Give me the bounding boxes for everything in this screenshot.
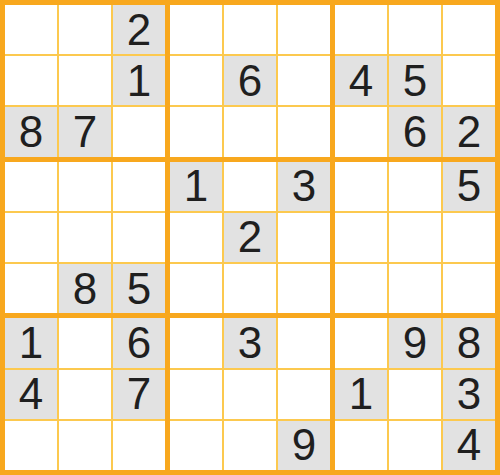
sudoku-cell-r4c8[interactable] (389, 162, 441, 211)
sudoku-cell-r1c9[interactable] (443, 5, 495, 54)
sudoku-cell-r4c7[interactable] (335, 162, 387, 211)
sudoku-cell-r5c7[interactable] (335, 213, 387, 262)
sudoku-cell-r9c8[interactable] (389, 421, 441, 470)
sudoku-cell-r9c5[interactable] (224, 421, 276, 470)
sudoku-box-2: 6 (170, 5, 330, 157)
sudoku-cell-r1c8[interactable] (389, 5, 441, 54)
sudoku-cell-r9c3[interactable] (113, 421, 165, 470)
sudoku-cell-r2c9[interactable] (443, 56, 495, 105)
sudoku-cell-r3c2[interactable]: 7 (59, 107, 111, 156)
sudoku-cell-r1c5[interactable] (224, 5, 276, 54)
sudoku-cell-r9c6[interactable]: 9 (278, 421, 330, 470)
sudoku-box-9: 98134 (335, 318, 495, 470)
sudoku-box-8: 39 (170, 318, 330, 470)
sudoku-cell-r6c9[interactable] (443, 264, 495, 313)
sudoku-cell-r3c8[interactable]: 6 (389, 107, 441, 156)
sudoku-cell-r8c2[interactable] (59, 370, 111, 419)
sudoku-cell-r2c3[interactable]: 1 (113, 56, 165, 105)
sudoku-cell-r8c1[interactable]: 4 (5, 370, 57, 419)
sudoku-cell-r6c6[interactable] (278, 264, 330, 313)
sudoku-cell-r4c2[interactable] (59, 162, 111, 211)
sudoku-cell-r8c6[interactable] (278, 370, 330, 419)
sudoku-cell-r1c6[interactable] (278, 5, 330, 54)
sudoku-cell-r9c4[interactable] (170, 421, 222, 470)
sudoku-cell-r2c1[interactable] (5, 56, 57, 105)
sudoku-cell-r1c4[interactable] (170, 5, 222, 54)
sudoku-cell-r9c1[interactable] (5, 421, 57, 470)
sudoku-cell-r8c4[interactable] (170, 370, 222, 419)
sudoku-cell-r7c1[interactable]: 1 (5, 318, 57, 367)
sudoku-cell-r2c7[interactable]: 4 (335, 56, 387, 105)
sudoku-box-5: 132 (170, 162, 330, 314)
sudoku-cell-r5c5[interactable]: 2 (224, 213, 276, 262)
sudoku-cell-r1c7[interactable] (335, 5, 387, 54)
sudoku-cell-r6c3[interactable]: 5 (113, 264, 165, 313)
sudoku-cell-r1c2[interactable] (59, 5, 111, 54)
sudoku-box-7: 1647 (5, 318, 165, 470)
sudoku-box-1: 2187 (5, 5, 165, 157)
sudoku-cell-r3c6[interactable] (278, 107, 330, 156)
sudoku-cell-r4c3[interactable] (113, 162, 165, 211)
sudoku-cell-r1c3[interactable]: 2 (113, 5, 165, 54)
sudoku-cell-r3c4[interactable] (170, 107, 222, 156)
sudoku-board: 21876456285132516473998134 (0, 0, 500, 475)
sudoku-cell-r5c2[interactable] (59, 213, 111, 262)
sudoku-cell-r7c9[interactable]: 8 (443, 318, 495, 367)
sudoku-cell-r9c9[interactable]: 4 (443, 421, 495, 470)
sudoku-cell-r8c9[interactable]: 3 (443, 370, 495, 419)
sudoku-cell-r2c6[interactable] (278, 56, 330, 105)
sudoku-cell-r8c3[interactable]: 7 (113, 370, 165, 419)
sudoku-cell-r6c5[interactable] (224, 264, 276, 313)
sudoku-cell-r2c2[interactable] (59, 56, 111, 105)
sudoku-cell-r7c7[interactable] (335, 318, 387, 367)
sudoku-cell-r7c2[interactable] (59, 318, 111, 367)
sudoku-cell-r2c8[interactable]: 5 (389, 56, 441, 105)
sudoku-cell-r5c6[interactable] (278, 213, 330, 262)
sudoku-cell-r2c4[interactable] (170, 56, 222, 105)
sudoku-cell-r9c7[interactable] (335, 421, 387, 470)
sudoku-cell-r5c3[interactable] (113, 213, 165, 262)
sudoku-cell-r8c7[interactable]: 1 (335, 370, 387, 419)
sudoku-cell-r8c5[interactable] (224, 370, 276, 419)
sudoku-cell-r3c5[interactable] (224, 107, 276, 156)
sudoku-cell-r6c7[interactable] (335, 264, 387, 313)
sudoku-cell-r7c8[interactable]: 9 (389, 318, 441, 367)
sudoku-cell-r3c7[interactable] (335, 107, 387, 156)
sudoku-cell-r6c1[interactable] (5, 264, 57, 313)
sudoku-cell-r4c5[interactable] (224, 162, 276, 211)
sudoku-cell-r5c9[interactable] (443, 213, 495, 262)
sudoku-cell-r3c9[interactable]: 2 (443, 107, 495, 156)
sudoku-cell-r4c6[interactable]: 3 (278, 162, 330, 211)
sudoku-cell-r7c5[interactable]: 3 (224, 318, 276, 367)
sudoku-cell-r9c2[interactable] (59, 421, 111, 470)
sudoku-cell-r3c3[interactable] (113, 107, 165, 156)
sudoku-cell-r4c9[interactable]: 5 (443, 162, 495, 211)
sudoku-cell-r5c4[interactable] (170, 213, 222, 262)
sudoku-cell-r3c1[interactable]: 8 (5, 107, 57, 156)
sudoku-cell-r7c4[interactable] (170, 318, 222, 367)
sudoku-cell-r6c8[interactable] (389, 264, 441, 313)
sudoku-cell-r1c1[interactable] (5, 5, 57, 54)
sudoku-box-6: 5 (335, 162, 495, 314)
sudoku-cell-r4c1[interactable] (5, 162, 57, 211)
sudoku-cell-r2c5[interactable]: 6 (224, 56, 276, 105)
sudoku-cell-r7c3[interactable]: 6 (113, 318, 165, 367)
sudoku-cell-r5c1[interactable] (5, 213, 57, 262)
sudoku-box-4: 85 (5, 162, 165, 314)
sudoku-cell-r4c4[interactable]: 1 (170, 162, 222, 211)
sudoku-cell-r7c6[interactable] (278, 318, 330, 367)
sudoku-box-3: 4562 (335, 5, 495, 157)
sudoku-cell-r6c2[interactable]: 8 (59, 264, 111, 313)
sudoku-cell-r6c4[interactable] (170, 264, 222, 313)
sudoku-cell-r8c8[interactable] (389, 370, 441, 419)
sudoku-cell-r5c8[interactable] (389, 213, 441, 262)
